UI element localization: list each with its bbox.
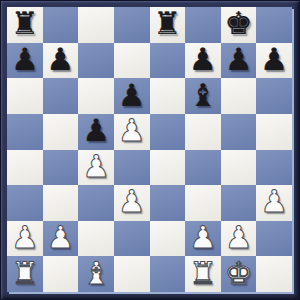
- square-h5[interactable]: [256, 114, 292, 150]
- square-e8[interactable]: ♜: [150, 7, 186, 43]
- square-c7[interactable]: [78, 43, 114, 79]
- square-h3[interactable]: ♟: [256, 185, 292, 221]
- piece-white-king[interactable]: ♚: [225, 258, 253, 289]
- square-b6[interactable]: [43, 78, 79, 114]
- square-d1[interactable]: [114, 256, 150, 292]
- square-d3[interactable]: ♟: [114, 185, 150, 221]
- square-g5[interactable]: [221, 114, 257, 150]
- square-a3[interactable]: [7, 185, 43, 221]
- piece-white-rook[interactable]: ♜: [189, 258, 217, 289]
- square-f1[interactable]: ♜: [185, 256, 221, 292]
- square-b2[interactable]: ♟: [43, 221, 79, 257]
- piece-black-pawn[interactable]: ♟: [189, 44, 217, 75]
- piece-white-pawn[interactable]: ♟: [225, 222, 253, 253]
- square-c8[interactable]: [78, 7, 114, 43]
- piece-black-rook[interactable]: ♜: [11, 8, 39, 39]
- square-d6[interactable]: ♟: [114, 78, 150, 114]
- piece-black-bishop[interactable]: ♝: [189, 80, 217, 111]
- square-a2[interactable]: ♟: [7, 221, 43, 257]
- chess-board: ♜♜♚♟♟♟♟♟♟♝♟♟♟♟♟♟♟♟♟♜♝♜♚: [7, 7, 292, 292]
- piece-white-pawn[interactable]: ♟: [118, 115, 146, 146]
- piece-black-king[interactable]: ♚: [225, 8, 253, 39]
- square-e6[interactable]: [150, 78, 186, 114]
- square-c3[interactable]: [78, 185, 114, 221]
- square-e3[interactable]: [150, 185, 186, 221]
- square-g7[interactable]: ♟: [221, 43, 257, 79]
- square-f3[interactable]: [185, 185, 221, 221]
- piece-white-bishop[interactable]: ♝: [82, 258, 110, 289]
- board-frame: ♜♜♚♟♟♟♟♟♟♝♟♟♟♟♟♟♟♟♟♜♝♜♚: [0, 0, 300, 300]
- square-g2[interactable]: ♟: [221, 221, 257, 257]
- square-c2[interactable]: [78, 221, 114, 257]
- square-a8[interactable]: ♜: [7, 7, 43, 43]
- square-e5[interactable]: [150, 114, 186, 150]
- square-a6[interactable]: [7, 78, 43, 114]
- square-c1[interactable]: ♝: [78, 256, 114, 292]
- square-e2[interactable]: [150, 221, 186, 257]
- square-a7[interactable]: ♟: [7, 43, 43, 79]
- piece-black-pawn[interactable]: ♟: [82, 115, 110, 146]
- square-a1[interactable]: ♜: [7, 256, 43, 292]
- square-b3[interactable]: [43, 185, 79, 221]
- square-f7[interactable]: ♟: [185, 43, 221, 79]
- square-d2[interactable]: [114, 221, 150, 257]
- square-g4[interactable]: [221, 150, 257, 186]
- piece-white-pawn[interactable]: ♟: [11, 222, 39, 253]
- square-f2[interactable]: ♟: [185, 221, 221, 257]
- square-d8[interactable]: [114, 7, 150, 43]
- square-h6[interactable]: [256, 78, 292, 114]
- piece-white-pawn[interactable]: ♟: [260, 186, 288, 217]
- square-e7[interactable]: [150, 43, 186, 79]
- square-f5[interactable]: [185, 114, 221, 150]
- square-b1[interactable]: [43, 256, 79, 292]
- piece-black-pawn[interactable]: ♟: [47, 44, 75, 75]
- piece-black-rook[interactable]: ♜: [153, 8, 181, 39]
- square-e4[interactable]: [150, 150, 186, 186]
- square-h2[interactable]: [256, 221, 292, 257]
- square-b7[interactable]: ♟: [43, 43, 79, 79]
- square-d7[interactable]: [114, 43, 150, 79]
- square-h8[interactable]: [256, 7, 292, 43]
- square-a5[interactable]: [7, 114, 43, 150]
- piece-black-pawn[interactable]: ♟: [11, 44, 39, 75]
- square-f6[interactable]: ♝: [185, 78, 221, 114]
- piece-white-pawn[interactable]: ♟: [189, 222, 217, 253]
- square-g8[interactable]: ♚: [221, 7, 257, 43]
- square-d5[interactable]: ♟: [114, 114, 150, 150]
- piece-black-pawn[interactable]: ♟: [260, 44, 288, 75]
- square-b4[interactable]: [43, 150, 79, 186]
- square-c4[interactable]: ♟: [78, 150, 114, 186]
- piece-white-pawn[interactable]: ♟: [47, 222, 75, 253]
- square-g1[interactable]: ♚: [221, 256, 257, 292]
- square-f4[interactable]: [185, 150, 221, 186]
- square-h1[interactable]: [256, 256, 292, 292]
- square-e1[interactable]: [150, 256, 186, 292]
- piece-white-rook[interactable]: ♜: [11, 258, 39, 289]
- square-c5[interactable]: ♟: [78, 114, 114, 150]
- piece-white-pawn[interactable]: ♟: [118, 186, 146, 217]
- square-h4[interactable]: [256, 150, 292, 186]
- piece-black-pawn[interactable]: ♟: [225, 44, 253, 75]
- square-h7[interactable]: ♟: [256, 43, 292, 79]
- square-c6[interactable]: [78, 78, 114, 114]
- square-d4[interactable]: [114, 150, 150, 186]
- square-b8[interactable]: [43, 7, 79, 43]
- piece-black-pawn[interactable]: ♟: [118, 80, 146, 111]
- square-g6[interactable]: [221, 78, 257, 114]
- square-a4[interactable]: [7, 150, 43, 186]
- square-b5[interactable]: [43, 114, 79, 150]
- square-f8[interactable]: [185, 7, 221, 43]
- piece-white-pawn[interactable]: ♟: [82, 151, 110, 182]
- square-g3[interactable]: [221, 185, 257, 221]
